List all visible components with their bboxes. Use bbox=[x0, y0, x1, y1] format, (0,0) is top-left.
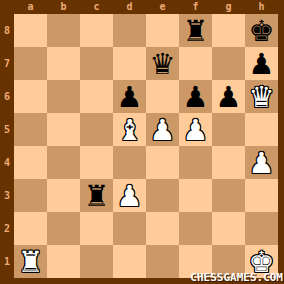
square-b3[interactable] bbox=[47, 179, 80, 212]
square-f8[interactable]: ♜ bbox=[179, 14, 212, 47]
square-a4[interactable] bbox=[14, 146, 47, 179]
board: ♜♚♛♟♟♟♟♛♝♟♟♟♜♟♜♚ bbox=[14, 14, 278, 278]
file-label-h: h bbox=[245, 0, 278, 14]
square-e7[interactable]: ♛ bbox=[146, 47, 179, 80]
square-h6[interactable]: ♛ bbox=[245, 80, 278, 113]
square-e3[interactable] bbox=[146, 179, 179, 212]
square-e8[interactable] bbox=[146, 14, 179, 47]
rank-label-7: 7 bbox=[0, 47, 14, 80]
square-g6[interactable]: ♟ bbox=[212, 80, 245, 113]
square-a1[interactable]: ♜ bbox=[14, 245, 47, 278]
square-b4[interactable] bbox=[47, 146, 80, 179]
black-rook-f8: ♜ bbox=[179, 14, 212, 47]
square-c4[interactable] bbox=[80, 146, 113, 179]
white-bishop-d5: ♝ bbox=[113, 113, 146, 146]
square-d8[interactable] bbox=[113, 14, 146, 47]
square-f5[interactable]: ♟ bbox=[179, 113, 212, 146]
square-f3[interactable] bbox=[179, 179, 212, 212]
square-h7[interactable]: ♟ bbox=[245, 47, 278, 80]
file-label-e: e bbox=[146, 0, 179, 14]
square-e1[interactable] bbox=[146, 245, 179, 278]
watermark: CHESSGAMES.COM bbox=[190, 271, 283, 284]
square-d7[interactable] bbox=[113, 47, 146, 80]
square-e4[interactable] bbox=[146, 146, 179, 179]
square-g5[interactable] bbox=[212, 113, 245, 146]
black-pawn-d6: ♟ bbox=[113, 80, 146, 113]
file-label-b: b bbox=[47, 0, 80, 14]
square-a6[interactable] bbox=[14, 80, 47, 113]
square-c6[interactable] bbox=[80, 80, 113, 113]
black-pawn-f6: ♟ bbox=[179, 80, 212, 113]
square-h8[interactable]: ♚ bbox=[245, 14, 278, 47]
square-h5[interactable] bbox=[245, 113, 278, 146]
square-g4[interactable] bbox=[212, 146, 245, 179]
square-f6[interactable]: ♟ bbox=[179, 80, 212, 113]
square-e5[interactable]: ♟ bbox=[146, 113, 179, 146]
white-pawn-d3: ♟ bbox=[113, 179, 146, 212]
square-h2[interactable] bbox=[245, 212, 278, 245]
black-king-h8: ♚ bbox=[245, 14, 278, 47]
square-c8[interactable] bbox=[80, 14, 113, 47]
rank-label-8: 8 bbox=[0, 14, 14, 47]
file-labels: abcdefgh bbox=[14, 0, 278, 14]
square-g3[interactable] bbox=[212, 179, 245, 212]
black-pawn-g6: ♟ bbox=[212, 80, 245, 113]
file-label-d: d bbox=[113, 0, 146, 14]
file-label-c: c bbox=[80, 0, 113, 14]
rank-label-3: 3 bbox=[0, 179, 14, 212]
white-pawn-f5: ♟ bbox=[179, 113, 212, 146]
square-a2[interactable] bbox=[14, 212, 47, 245]
square-f4[interactable] bbox=[179, 146, 212, 179]
chess-diagram: abcdefgh 87654321 ♜♚♛♟♟♟♟♛♝♟♟♟♜♟♜♚ CHESS… bbox=[0, 0, 284, 284]
white-pawn-h4: ♟ bbox=[245, 146, 278, 179]
square-c1[interactable] bbox=[80, 245, 113, 278]
square-d3[interactable]: ♟ bbox=[113, 179, 146, 212]
square-e2[interactable] bbox=[146, 212, 179, 245]
square-g8[interactable] bbox=[212, 14, 245, 47]
square-b7[interactable] bbox=[47, 47, 80, 80]
white-queen-h6: ♛ bbox=[245, 80, 278, 113]
square-a5[interactable] bbox=[14, 113, 47, 146]
rank-label-2: 2 bbox=[0, 212, 14, 245]
square-d6[interactable]: ♟ bbox=[113, 80, 146, 113]
square-g2[interactable] bbox=[212, 212, 245, 245]
square-d4[interactable] bbox=[113, 146, 146, 179]
square-b8[interactable] bbox=[47, 14, 80, 47]
square-f7[interactable] bbox=[179, 47, 212, 80]
file-label-g: g bbox=[212, 0, 245, 14]
rank-label-4: 4 bbox=[0, 146, 14, 179]
square-b6[interactable] bbox=[47, 80, 80, 113]
file-label-a: a bbox=[14, 0, 47, 14]
black-pawn-h7: ♟ bbox=[245, 47, 278, 80]
square-b5[interactable] bbox=[47, 113, 80, 146]
square-c5[interactable] bbox=[80, 113, 113, 146]
file-label-f: f bbox=[179, 0, 212, 14]
black-queen-e7: ♛ bbox=[146, 47, 179, 80]
square-h4[interactable]: ♟ bbox=[245, 146, 278, 179]
square-g7[interactable] bbox=[212, 47, 245, 80]
square-b1[interactable] bbox=[47, 245, 80, 278]
square-d1[interactable] bbox=[113, 245, 146, 278]
square-a8[interactable] bbox=[14, 14, 47, 47]
square-f2[interactable] bbox=[179, 212, 212, 245]
square-h3[interactable] bbox=[245, 179, 278, 212]
square-a3[interactable] bbox=[14, 179, 47, 212]
square-a7[interactable] bbox=[14, 47, 47, 80]
rank-label-1: 1 bbox=[0, 245, 14, 278]
white-rook-a1: ♜ bbox=[14, 245, 47, 278]
white-pawn-e5: ♟ bbox=[146, 113, 179, 146]
square-d2[interactable] bbox=[113, 212, 146, 245]
square-b2[interactable] bbox=[47, 212, 80, 245]
square-c2[interactable] bbox=[80, 212, 113, 245]
square-c3[interactable]: ♜ bbox=[80, 179, 113, 212]
rank-label-6: 6 bbox=[0, 80, 14, 113]
square-c7[interactable] bbox=[80, 47, 113, 80]
square-e6[interactable] bbox=[146, 80, 179, 113]
rank-label-5: 5 bbox=[0, 113, 14, 146]
square-d5[interactable]: ♝ bbox=[113, 113, 146, 146]
black-rook-c3: ♜ bbox=[80, 179, 113, 212]
rank-labels: 87654321 bbox=[0, 14, 14, 278]
